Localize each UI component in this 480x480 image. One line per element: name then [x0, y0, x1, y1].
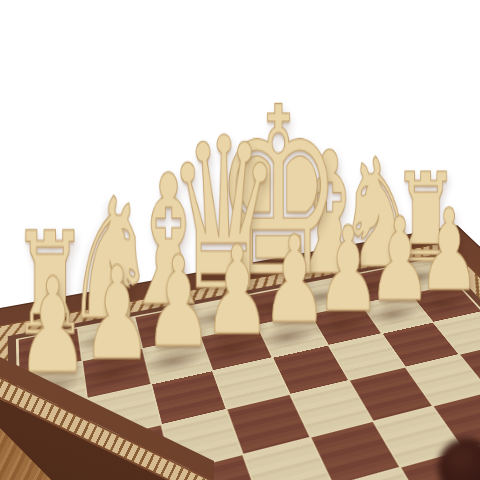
piece-white-pawn[interactable]: ♟ [0, 260, 148, 392]
board-grid: ♜♞♝♛♚♝♞♜♟♟♟♟♟♟♟♟ [19, 260, 480, 480]
chess-board: ♜♞♝♛♚♝♞♜♟♟♟♟♟♟♟♟ [0, 225, 480, 480]
chess-photo-scene: ♜♞♝♛♚♝♞♜♟♟♟♟♟♟♟♟ [0, 0, 480, 480]
